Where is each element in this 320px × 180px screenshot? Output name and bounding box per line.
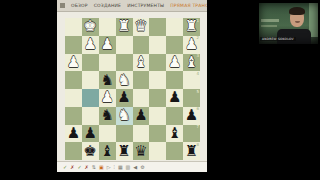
board-square[interactable]: 4 — [183, 71, 200, 89]
board-square[interactable]: ♞ — [99, 71, 116, 89]
board-square[interactable] — [133, 71, 150, 89]
board-square[interactable] — [65, 107, 82, 125]
board-square[interactable]: ♟ — [82, 125, 99, 143]
board-square[interactable]: ♛ — [133, 18, 150, 36]
rank-label: 2 — [196, 36, 199, 40]
rank-label: 7 — [196, 125, 199, 129]
board-square[interactable] — [149, 107, 166, 125]
board-square[interactable]: ♟ — [99, 36, 116, 54]
board-square[interactable]: ♟ — [166, 54, 183, 72]
board-square[interactable]: ♜ — [116, 142, 133, 160]
menu-item[interactable]: ОБЗОР — [71, 3, 88, 8]
menu-item[interactable]: ИНСТРУМЕНТЫ — [127, 3, 164, 8]
board-square[interactable]: ♝ — [99, 142, 116, 160]
board-square[interactable] — [116, 36, 133, 54]
board-square[interactable] — [133, 36, 150, 54]
board-square[interactable]: ♝ — [166, 125, 183, 143]
board-square[interactable]: ♟ — [166, 89, 183, 107]
white-q-piece: ♛ — [134, 19, 147, 34]
black-p-piece: ♟ — [134, 108, 147, 123]
black-q-piece: ♛ — [134, 144, 147, 159]
board-square[interactable]: ♟6 — [183, 107, 200, 125]
board-square[interactable] — [133, 125, 150, 143]
black-p-piece: ♟ — [117, 90, 130, 105]
board-square[interactable] — [116, 54, 133, 72]
board-square[interactable]: ♟ — [65, 54, 82, 72]
board-square[interactable]: ♟ — [116, 89, 133, 107]
engine-icon[interactable]: ▣ — [99, 165, 104, 170]
black-r-piece: ♜ — [117, 144, 130, 159]
rank-label: 4 — [196, 72, 199, 76]
board-square[interactable]: ♝3 — [183, 54, 200, 72]
menu-item[interactable]: ПРЯМАЯ ТРАНСЛЯЦИЯ — [170, 3, 207, 8]
board-square[interactable] — [99, 54, 116, 72]
black-p-piece: ♟ — [185, 108, 198, 123]
cross-icon[interactable]: ✗ — [70, 165, 74, 170]
white-p-piece: ♟ — [67, 55, 80, 70]
board-square[interactable]: 5 — [183, 89, 200, 107]
board-square[interactable]: ♜1 — [183, 18, 200, 36]
rank-label: 1 — [196, 19, 199, 23]
board-square[interactable] — [149, 71, 166, 89]
bottom-toolbar: ✓✗✓✗⇅▣▷⫶▦▥◀⚙ — [57, 161, 207, 172]
cross-icon[interactable]: ✗ — [85, 165, 89, 170]
board-square[interactable]: ♜8 — [183, 142, 200, 160]
black-b-piece: ♝ — [168, 126, 181, 141]
white-r-piece: ♜ — [117, 19, 130, 34]
white-p-piece: ♟ — [185, 37, 198, 52]
board-square[interactable] — [133, 89, 150, 107]
rank-label: 8 — [196, 143, 199, 147]
board-square[interactable] — [65, 71, 82, 89]
board-square[interactable]: ♟2 — [183, 36, 200, 54]
black-r-piece: ♜ — [185, 144, 198, 159]
check-icon[interactable]: ✓ — [77, 165, 81, 170]
swap-icon[interactable]: ⇅ — [92, 165, 96, 170]
black-p-piece: ♟ — [168, 90, 181, 105]
board-square[interactable] — [149, 142, 166, 160]
board-square[interactable]: ♚ — [82, 18, 99, 36]
board-square[interactable] — [149, 54, 166, 72]
board-square[interactable]: ♞ — [116, 107, 133, 125]
board-square[interactable]: 7 — [183, 125, 200, 143]
white-p-piece: ♟ — [168, 55, 181, 70]
white-p-piece: ♟ — [100, 37, 113, 52]
app-icon — [60, 3, 65, 8]
white-k-piece: ♚ — [84, 19, 97, 34]
rank-label: 3 — [196, 54, 199, 58]
board-square[interactable] — [65, 36, 82, 54]
board-square[interactable]: ♟ — [133, 107, 150, 125]
board-square[interactable]: ♞ — [99, 107, 116, 125]
board-square[interactable]: ♟ — [65, 125, 82, 143]
rank-label: 5 — [196, 90, 199, 94]
board-square[interactable] — [82, 71, 99, 89]
board-square[interactable] — [149, 89, 166, 107]
check-icon[interactable]: ✓ — [63, 165, 67, 170]
board-square[interactable] — [82, 107, 99, 125]
white-b-piece: ♝ — [185, 55, 198, 70]
grid-icon[interactable]: ▦ — [118, 165, 123, 170]
board-square[interactable] — [99, 125, 116, 143]
pause-icon[interactable]: ⫶ — [114, 165, 115, 170]
white-n-piece: ♞ — [117, 73, 130, 88]
board-square[interactable]: ♟ — [82, 36, 99, 54]
streamer-name-tag: ANDREW SOKOLOV — [260, 37, 296, 41]
board-square[interactable] — [149, 125, 166, 143]
board-square[interactable] — [166, 71, 183, 89]
speaker-icon[interactable]: ◀ — [133, 165, 137, 170]
black-n-piece: ♞ — [100, 73, 113, 88]
board-square[interactable] — [99, 18, 116, 36]
white-p-piece: ♟ — [100, 90, 113, 105]
board-square[interactable] — [166, 36, 183, 54]
menu-item[interactable]: СОЗДАНИЕ — [94, 3, 121, 8]
board-square[interactable]: ♞ — [116, 71, 133, 89]
white-r-piece: ♜ — [185, 19, 198, 34]
white-b-piece: ♝ — [134, 55, 147, 70]
board-square[interactable] — [65, 18, 82, 36]
black-b-piece: ♝ — [100, 144, 113, 159]
board-square[interactable] — [65, 142, 82, 160]
board-icon[interactable]: ▥ — [126, 165, 131, 170]
board-square[interactable]: ♚ — [82, 142, 99, 160]
white-p-piece: ♟ — [84, 37, 97, 52]
board-square[interactable]: ♟ — [99, 89, 116, 107]
chess-board: ♚♜♛♜1♟♟♟2♟♝♟♝3♞♞4♟♟♟5♞♞♟♟6♟♟♝7♚♝♜♛♜8 — [65, 18, 200, 160]
menu-bar: ОБЗОРСОЗДАНИЕИНСТРУМЕНТЫПРЯМАЯ ТРАНСЛЯЦИ… — [57, 0, 207, 12]
rank-label: 6 — [196, 107, 199, 111]
play-icon[interactable]: ▷ — [107, 165, 111, 170]
black-k-piece: ♚ — [84, 144, 97, 159]
board-square[interactable] — [166, 107, 183, 125]
board-square[interactable]: ♛ — [133, 142, 150, 160]
board-square[interactable] — [166, 142, 183, 160]
webcam-overlay: ANDREW SOKOLOV — [259, 3, 318, 44]
settings-icon[interactable]: ⚙ — [140, 165, 144, 170]
board-square[interactable] — [116, 125, 133, 143]
board-square[interactable] — [65, 89, 82, 107]
board-square[interactable] — [149, 36, 166, 54]
chess-app-window: ОБЗОРСОЗДАНИЕИНСТРУМЕНТЫПРЯМАЯ ТРАНСЛЯЦИ… — [57, 0, 207, 172]
black-n-piece: ♞ — [100, 108, 113, 123]
video-frame: ОБЗОРСОЗДАНИЕИНСТРУМЕНТЫПРЯМАЯ ТРАНСЛЯЦИ… — [0, 0, 320, 180]
board-square[interactable] — [82, 89, 99, 107]
black-p-piece: ♟ — [84, 126, 97, 141]
black-p-piece: ♟ — [67, 126, 80, 141]
board-square[interactable] — [82, 54, 99, 72]
white-n-piece: ♞ — [117, 108, 130, 123]
board-square[interactable]: ♝ — [133, 54, 150, 72]
board-square[interactable]: ♜ — [116, 18, 133, 36]
board-square[interactable] — [149, 18, 166, 36]
board-square[interactable] — [166, 18, 183, 36]
